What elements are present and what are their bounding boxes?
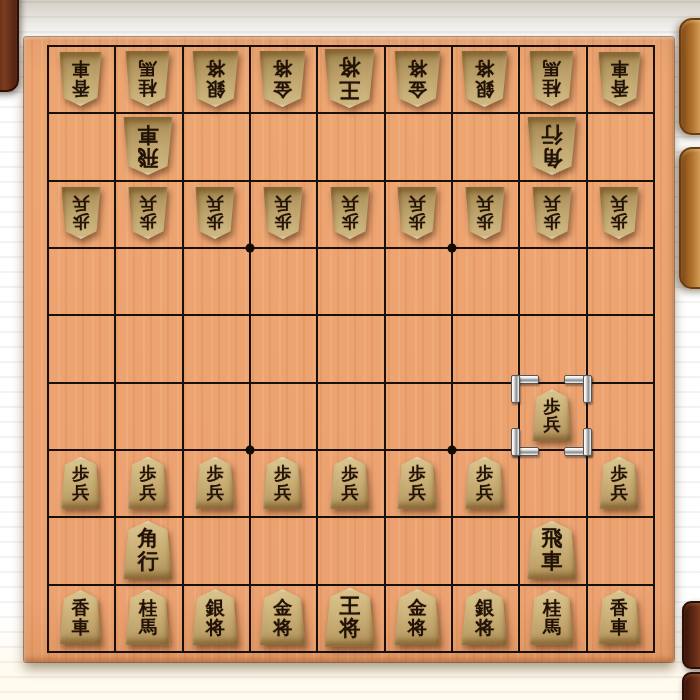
- piece-body: 歩兵: [128, 457, 168, 509]
- piece-body: 歩兵: [195, 187, 235, 239]
- board-cell[interactable]: 歩兵: [451, 449, 518, 516]
- piece-body: 角行: [527, 117, 577, 175]
- shogi-piece-gold-gote[interactable]: 金将: [259, 51, 306, 107]
- piece-body: 桂馬: [125, 590, 170, 645]
- board-cell[interactable]: 歩兵: [182, 449, 249, 516]
- piece-body: 香車: [59, 590, 102, 644]
- piece-body: 歩兵: [532, 389, 572, 441]
- board-cell[interactable]: 金将: [384, 45, 451, 112]
- shogi-piece-pawn-gote[interactable]: 歩兵: [195, 187, 235, 239]
- board-cell[interactable]: 歩兵: [47, 449, 114, 516]
- board-cell[interactable]: [586, 516, 653, 583]
- shogi-piece-pawn-sente[interactable]: 歩兵: [599, 457, 639, 509]
- shogi-piece-pawn-sente[interactable]: 歩兵: [532, 389, 572, 441]
- shogi-piece-lance-sente[interactable]: 香車: [598, 590, 641, 644]
- board-cell[interactable]: 歩兵: [47, 180, 114, 247]
- board-cell[interactable]: [114, 314, 181, 381]
- shogi-piece-pawn-sente[interactable]: 歩兵: [61, 457, 101, 509]
- board-cell[interactable]: [586, 314, 653, 381]
- piece-body: 歩兵: [61, 457, 101, 509]
- shogi-piece-pawn-gote[interactable]: 歩兵: [128, 187, 168, 239]
- shogi-piece-pawn-sente[interactable]: 歩兵: [263, 457, 303, 509]
- board-cell[interactable]: [518, 449, 585, 516]
- piece-kanji: 桂馬: [139, 59, 157, 98]
- shogi-piece-pawn-gote[interactable]: 歩兵: [599, 187, 639, 239]
- piece-kanji: 歩兵: [409, 464, 426, 501]
- board-cell[interactable]: [451, 112, 518, 179]
- piece-kanji: 歩兵: [274, 464, 291, 501]
- shogi-piece-pawn-sente[interactable]: 歩兵: [397, 457, 437, 509]
- piece-kanji: 歩兵: [72, 195, 89, 232]
- shogi-piece-silver-gote[interactable]: 銀将: [461, 51, 508, 107]
- board-cell[interactable]: 香車: [586, 45, 653, 112]
- piece-kanji: 歩兵: [543, 195, 560, 232]
- shogi-piece-lance-gote[interactable]: 香車: [59, 52, 102, 106]
- board-cell[interactable]: [249, 382, 316, 449]
- shogi-piece-gold-gote[interactable]: 金将: [394, 51, 441, 107]
- shogi-piece-pawn-gote[interactable]: 歩兵: [465, 187, 505, 239]
- piece-body: 角行: [123, 521, 173, 579]
- piece-kanji: 歩兵: [207, 464, 224, 501]
- shogi-piece-pawn-gote[interactable]: 歩兵: [263, 187, 303, 239]
- board-cell[interactable]: 王将: [316, 45, 383, 112]
- shogi-piece-lance-sente[interactable]: 香車: [59, 590, 102, 644]
- shogi-board-panel: 香車桂馬銀将金将王将金将銀将桂馬香車飛車角行歩兵歩兵歩兵歩兵歩兵歩兵歩兵歩兵歩兵…: [24, 37, 674, 662]
- piece-kanji: 歩兵: [341, 195, 358, 232]
- board-cell[interactable]: 角行: [114, 516, 181, 583]
- piece-kanji: 銀将: [475, 597, 494, 638]
- piece-body: 歩兵: [330, 457, 370, 509]
- piece-body: 王将: [324, 588, 375, 647]
- piece-body: 香車: [59, 52, 102, 106]
- piece-body: 歩兵: [61, 187, 101, 239]
- piece-body: 歩兵: [397, 457, 437, 509]
- board-cell[interactable]: [451, 247, 518, 314]
- board-cell[interactable]: 歩兵: [114, 180, 181, 247]
- board-cell[interactable]: [182, 382, 249, 449]
- board-cell[interactable]: [47, 382, 114, 449]
- board-cell[interactable]: [114, 247, 181, 314]
- shogi-piece-pawn-gote[interactable]: 歩兵: [532, 187, 572, 239]
- piece-body: 歩兵: [330, 187, 370, 239]
- shogi-piece-king-gote[interactable]: 王将: [324, 49, 375, 108]
- piece-kanji: 銀将: [475, 58, 494, 99]
- piece-kanji: 銀将: [206, 597, 225, 638]
- board-cell[interactable]: [249, 112, 316, 179]
- shogi-piece-king-sente[interactable]: 王将: [324, 588, 375, 647]
- board-cell[interactable]: 銀将: [182, 584, 249, 651]
- piece-kanji: 角行: [541, 123, 562, 168]
- piece-body: 香車: [598, 590, 641, 644]
- shogi-piece-pawn-gote[interactable]: 歩兵: [397, 187, 437, 239]
- board-cell[interactable]: 歩兵: [518, 382, 585, 449]
- piece-body: 王将: [324, 49, 375, 108]
- shogi-piece-silver-sente[interactable]: 銀将: [192, 589, 239, 645]
- piece-kanji: 香車: [610, 598, 628, 637]
- piece-body: 歩兵: [465, 187, 505, 239]
- board-cell[interactable]: [47, 516, 114, 583]
- piece-kanji: 香車: [610, 59, 628, 98]
- piece-body: 金将: [259, 589, 306, 645]
- piece-body: 金将: [394, 51, 441, 107]
- board-cell[interactable]: 歩兵: [114, 449, 181, 516]
- board-cell[interactable]: [316, 247, 383, 314]
- board-cell[interactable]: 歩兵: [518, 180, 585, 247]
- piece-kanji: 金将: [408, 597, 427, 638]
- piece-kanji: 角行: [137, 527, 158, 572]
- board-cell[interactable]: 桂馬: [114, 45, 181, 112]
- piece-kanji: 歩兵: [611, 195, 628, 232]
- piece-kanji: 王将: [339, 595, 360, 640]
- piece-kanji: 香車: [72, 598, 90, 637]
- board-cell[interactable]: [384, 382, 451, 449]
- board-cell[interactable]: 香車: [586, 584, 653, 651]
- board-cell[interactable]: [182, 314, 249, 381]
- right-tray-dark-upper-edge: [682, 601, 700, 669]
- board-cell[interactable]: 飛車: [114, 112, 181, 179]
- shogi-piece-pawn-sente[interactable]: 歩兵: [465, 457, 505, 509]
- piece-body: 桂馬: [529, 51, 574, 106]
- board-cell[interactable]: 銀将: [182, 45, 249, 112]
- piece-kanji: 飛車: [137, 123, 158, 168]
- left-piece-stand-edge: [0, 0, 19, 92]
- piece-body: 香車: [598, 52, 641, 106]
- board-cell[interactable]: [451, 382, 518, 449]
- shogi-piece-pawn-gote[interactable]: 歩兵: [61, 187, 101, 239]
- piece-kanji: 飛車: [541, 527, 562, 572]
- board-cell[interactable]: 歩兵: [249, 449, 316, 516]
- board-cell[interactable]: [47, 314, 114, 381]
- piece-kanji: 金将: [273, 597, 292, 638]
- piece-body: 歩兵: [263, 187, 303, 239]
- board-cell[interactable]: 角行: [518, 112, 585, 179]
- board-cell[interactable]: 歩兵: [586, 180, 653, 247]
- board-cell[interactable]: 香車: [47, 45, 114, 112]
- shogi-piece-rook-gote[interactable]: 飛車: [123, 117, 173, 175]
- shogi-piece-silver-sente[interactable]: 銀将: [461, 589, 508, 645]
- piece-body: 金将: [259, 51, 306, 107]
- piece-kanji: 歩兵: [139, 195, 156, 232]
- board-cell[interactable]: [316, 382, 383, 449]
- piece-kanji: 桂馬: [139, 598, 157, 637]
- piece-body: 歩兵: [195, 457, 235, 509]
- piece-kanji: 銀将: [206, 58, 225, 99]
- piece-kanji: 王将: [339, 56, 360, 101]
- piece-body: 桂馬: [529, 590, 574, 645]
- board-cell[interactable]: [249, 314, 316, 381]
- board-cell[interactable]: [182, 247, 249, 314]
- piece-body: 歩兵: [128, 187, 168, 239]
- board-cell[interactable]: [316, 314, 383, 381]
- piece-kanji: 歩兵: [274, 195, 291, 232]
- board-cell[interactable]: 銀将: [451, 584, 518, 651]
- board-cell[interactable]: [182, 112, 249, 179]
- piece-kanji: 桂馬: [543, 59, 561, 98]
- shogi-piece-rook-sente[interactable]: 飛車: [527, 521, 577, 579]
- board-cell[interactable]: [384, 112, 451, 179]
- piece-kanji: 歩兵: [72, 464, 89, 501]
- shogi-piece-pawn-sente[interactable]: 歩兵: [330, 457, 370, 509]
- board-cell[interactable]: 金将: [384, 584, 451, 651]
- piece-body: 桂馬: [125, 51, 170, 106]
- piece-kanji: 金将: [273, 58, 292, 99]
- right-tray-dark-lower-edge: [682, 672, 700, 700]
- board-cell[interactable]: [384, 516, 451, 583]
- board-cell[interactable]: [249, 247, 316, 314]
- piece-body: 銀将: [461, 589, 508, 645]
- board-cell[interactable]: 王将: [316, 584, 383, 651]
- piece-body: 飛車: [527, 521, 577, 579]
- piece-kanji: 歩兵: [476, 195, 493, 232]
- board-cell[interactable]: [518, 247, 585, 314]
- piece-kanji: 桂馬: [543, 598, 561, 637]
- piece-kanji: 金将: [408, 58, 427, 99]
- board-cell[interactable]: 飛車: [518, 516, 585, 583]
- shogi-piece-knight-gote[interactable]: 桂馬: [125, 51, 170, 106]
- shogi-piece-gold-sente[interactable]: 金将: [394, 589, 441, 645]
- shogi-piece-knight-sente[interactable]: 桂馬: [125, 590, 170, 645]
- board-cell[interactable]: [384, 314, 451, 381]
- piece-kanji: 歩兵: [409, 195, 426, 232]
- board-cell[interactable]: [114, 382, 181, 449]
- board-cell[interactable]: [182, 516, 249, 583]
- shogi-piece-silver-gote[interactable]: 銀将: [192, 51, 239, 107]
- piece-kanji: 歩兵: [341, 464, 358, 501]
- piece-kanji: 歩兵: [476, 464, 493, 501]
- board-cell[interactable]: [47, 247, 114, 314]
- board-cell[interactable]: [518, 314, 585, 381]
- board-cell[interactable]: 歩兵: [384, 180, 451, 247]
- shogi-piece-pawn-sente[interactable]: 歩兵: [128, 457, 168, 509]
- piece-body: 銀将: [192, 51, 239, 107]
- board-cell[interactable]: 歩兵: [586, 449, 653, 516]
- piece-body: 金将: [394, 589, 441, 645]
- board-cell[interactable]: 桂馬: [518, 45, 585, 112]
- piece-body: 飛車: [123, 117, 173, 175]
- piece-body: 歩兵: [532, 187, 572, 239]
- board-cell[interactable]: [316, 516, 383, 583]
- right-piece-stand-second-edge: [679, 147, 700, 289]
- board-cell[interactable]: [384, 247, 451, 314]
- piece-body: 歩兵: [263, 457, 303, 509]
- piece-body: 歩兵: [397, 187, 437, 239]
- shogi-piece-pawn-gote[interactable]: 歩兵: [330, 187, 370, 239]
- board-cell[interactable]: 桂馬: [518, 584, 585, 651]
- board-cell[interactable]: [47, 112, 114, 179]
- shogi-piece-gold-sente[interactable]: 金将: [259, 589, 306, 645]
- board-cell[interactable]: 桂馬: [114, 584, 181, 651]
- board-cell[interactable]: [586, 247, 653, 314]
- piece-kanji: 香車: [72, 59, 90, 98]
- board-cell[interactable]: 香車: [47, 584, 114, 651]
- shogi-piece-knight-gote[interactable]: 桂馬: [529, 51, 574, 106]
- board-cell[interactable]: 歩兵: [451, 180, 518, 247]
- piece-body: 歩兵: [599, 457, 639, 509]
- shogi-piece-lance-gote[interactable]: 香車: [598, 52, 641, 106]
- right-piece-stand-top-edge: [679, 18, 700, 135]
- shogi-piece-knight-sente[interactable]: 桂馬: [529, 590, 574, 645]
- board-cell[interactable]: 歩兵: [316, 449, 383, 516]
- board-cell[interactable]: 歩兵: [384, 449, 451, 516]
- board-cell[interactable]: 銀将: [451, 45, 518, 112]
- board-cell[interactable]: [451, 314, 518, 381]
- board-cell[interactable]: [316, 112, 383, 179]
- shogi-board-grid[interactable]: 香車桂馬銀将金将王将金将銀将桂馬香車飛車角行歩兵歩兵歩兵歩兵歩兵歩兵歩兵歩兵歩兵…: [47, 45, 655, 653]
- board-cell[interactable]: [586, 112, 653, 179]
- board-cell[interactable]: 金将: [249, 45, 316, 112]
- shogi-piece-bishop-gote[interactable]: 角行: [527, 117, 577, 175]
- board-cell[interactable]: 歩兵: [316, 180, 383, 247]
- board-cell[interactable]: [451, 516, 518, 583]
- board-cell[interactable]: 金将: [249, 584, 316, 651]
- piece-body: 銀将: [192, 589, 239, 645]
- board-cell[interactable]: 歩兵: [182, 180, 249, 247]
- board-cell[interactable]: [249, 516, 316, 583]
- piece-kanji: 歩兵: [543, 397, 560, 434]
- piece-body: 銀将: [461, 51, 508, 107]
- piece-kanji: 歩兵: [139, 464, 156, 501]
- piece-kanji: 歩兵: [207, 195, 224, 232]
- piece-kanji: 歩兵: [611, 464, 628, 501]
- shogi-piece-bishop-sente[interactable]: 角行: [123, 521, 173, 579]
- board-cell[interactable]: [586, 382, 653, 449]
- piece-body: 歩兵: [599, 187, 639, 239]
- board-cell[interactable]: 歩兵: [249, 180, 316, 247]
- shogi-piece-pawn-sente[interactable]: 歩兵: [195, 457, 235, 509]
- piece-body: 歩兵: [465, 457, 505, 509]
